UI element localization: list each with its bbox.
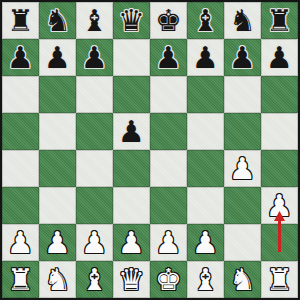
square-e8[interactable]: ♚ bbox=[150, 2, 187, 39]
square-c1[interactable]: ♝ bbox=[76, 261, 113, 298]
square-a3[interactable] bbox=[2, 187, 39, 224]
square-d3[interactable] bbox=[113, 187, 150, 224]
square-c2[interactable]: ♟ bbox=[76, 224, 113, 261]
piece-white-pawn[interactable]: ♟ bbox=[150, 224, 187, 261]
piece-white-pawn[interactable]: ♟ bbox=[39, 224, 76, 261]
piece-white-bishop[interactable]: ♝ bbox=[187, 261, 224, 298]
chess-board: ♜♞♝♛♚♝♞♜♟♟♟♟♟♟♟♟♟♟♟♟♟♟♟♟♜♞♝♛♚♝♞♜ bbox=[0, 0, 300, 300]
square-h6[interactable] bbox=[261, 76, 298, 113]
piece-black-rook[interactable]: ♜ bbox=[261, 2, 298, 39]
square-c8[interactable]: ♝ bbox=[76, 2, 113, 39]
piece-black-pawn[interactable]: ♟ bbox=[224, 39, 261, 76]
square-e6[interactable] bbox=[150, 76, 187, 113]
square-a7[interactable]: ♟ bbox=[2, 39, 39, 76]
piece-white-pawn[interactable]: ♟ bbox=[76, 224, 113, 261]
square-b3[interactable] bbox=[39, 187, 76, 224]
square-e5[interactable] bbox=[150, 113, 187, 150]
square-d2[interactable]: ♟ bbox=[113, 224, 150, 261]
square-f6[interactable] bbox=[187, 76, 224, 113]
square-d5[interactable]: ♟ bbox=[113, 113, 150, 150]
square-b1[interactable]: ♞ bbox=[39, 261, 76, 298]
square-e4[interactable] bbox=[150, 150, 187, 187]
square-f4[interactable] bbox=[187, 150, 224, 187]
square-d4[interactable] bbox=[113, 150, 150, 187]
square-f1[interactable]: ♝ bbox=[187, 261, 224, 298]
square-e1[interactable]: ♚ bbox=[150, 261, 187, 298]
board-grid: ♜♞♝♛♚♝♞♜♟♟♟♟♟♟♟♟♟♟♟♟♟♟♟♟♜♞♝♛♚♝♞♜ bbox=[2, 2, 298, 298]
piece-black-pawn[interactable]: ♟ bbox=[113, 113, 150, 150]
piece-black-knight[interactable]: ♞ bbox=[39, 2, 76, 39]
square-c5[interactable] bbox=[76, 113, 113, 150]
square-g1[interactable]: ♞ bbox=[224, 261, 261, 298]
square-e3[interactable] bbox=[150, 187, 187, 224]
piece-white-pawn[interactable]: ♟ bbox=[224, 150, 261, 187]
square-a8[interactable]: ♜ bbox=[2, 2, 39, 39]
piece-white-bishop[interactable]: ♝ bbox=[76, 261, 113, 298]
square-b2[interactable]: ♟ bbox=[39, 224, 76, 261]
piece-black-bishop[interactable]: ♝ bbox=[76, 2, 113, 39]
square-h1[interactable]: ♜ bbox=[261, 261, 298, 298]
piece-black-pawn[interactable]: ♟ bbox=[261, 39, 298, 76]
square-f7[interactable]: ♟ bbox=[187, 39, 224, 76]
square-a4[interactable] bbox=[2, 150, 39, 187]
piece-black-pawn[interactable]: ♟ bbox=[2, 39, 39, 76]
piece-black-bishop[interactable]: ♝ bbox=[187, 2, 224, 39]
square-f8[interactable]: ♝ bbox=[187, 2, 224, 39]
piece-white-rook[interactable]: ♜ bbox=[2, 261, 39, 298]
square-d8[interactable]: ♛ bbox=[113, 2, 150, 39]
piece-white-pawn[interactable]: ♟ bbox=[2, 224, 39, 261]
square-g8[interactable]: ♞ bbox=[224, 2, 261, 39]
square-h5[interactable] bbox=[261, 113, 298, 150]
square-g7[interactable]: ♟ bbox=[224, 39, 261, 76]
piece-white-knight[interactable]: ♞ bbox=[224, 261, 261, 298]
square-b6[interactable] bbox=[39, 76, 76, 113]
square-c6[interactable] bbox=[76, 76, 113, 113]
piece-black-pawn[interactable]: ♟ bbox=[39, 39, 76, 76]
square-g3[interactable] bbox=[224, 187, 261, 224]
square-b5[interactable] bbox=[39, 113, 76, 150]
piece-black-king[interactable]: ♚ bbox=[150, 2, 187, 39]
square-g6[interactable] bbox=[224, 76, 261, 113]
square-f2[interactable]: ♟ bbox=[187, 224, 224, 261]
square-a1[interactable]: ♜ bbox=[2, 261, 39, 298]
piece-black-knight[interactable]: ♞ bbox=[224, 2, 261, 39]
piece-black-queen[interactable]: ♛ bbox=[113, 2, 150, 39]
square-h8[interactable]: ♜ bbox=[261, 2, 298, 39]
piece-white-pawn[interactable]: ♟ bbox=[261, 187, 298, 224]
square-h4[interactable] bbox=[261, 150, 298, 187]
piece-white-knight[interactable]: ♞ bbox=[39, 261, 76, 298]
square-b7[interactable]: ♟ bbox=[39, 39, 76, 76]
piece-black-rook[interactable]: ♜ bbox=[2, 2, 39, 39]
square-f5[interactable] bbox=[187, 113, 224, 150]
piece-white-queen[interactable]: ♛ bbox=[113, 261, 150, 298]
square-c4[interactable] bbox=[76, 150, 113, 187]
square-d1[interactable]: ♛ bbox=[113, 261, 150, 298]
piece-white-king[interactable]: ♚ bbox=[150, 261, 187, 298]
square-e7[interactable]: ♟ bbox=[150, 39, 187, 76]
square-f3[interactable] bbox=[187, 187, 224, 224]
square-c3[interactable] bbox=[76, 187, 113, 224]
piece-black-pawn[interactable]: ♟ bbox=[150, 39, 187, 76]
square-b4[interactable] bbox=[39, 150, 76, 187]
square-b8[interactable]: ♞ bbox=[39, 2, 76, 39]
piece-black-pawn[interactable]: ♟ bbox=[187, 39, 224, 76]
square-g4[interactable]: ♟ bbox=[224, 150, 261, 187]
piece-white-rook[interactable]: ♜ bbox=[261, 261, 298, 298]
square-d7[interactable] bbox=[113, 39, 150, 76]
square-h3[interactable]: ♟ bbox=[261, 187, 298, 224]
square-g5[interactable] bbox=[224, 113, 261, 150]
square-a6[interactable] bbox=[2, 76, 39, 113]
square-c7[interactable]: ♟ bbox=[76, 39, 113, 76]
square-g2[interactable] bbox=[224, 224, 261, 261]
piece-black-pawn[interactable]: ♟ bbox=[76, 39, 113, 76]
square-h2[interactable] bbox=[261, 224, 298, 261]
square-a5[interactable] bbox=[2, 113, 39, 150]
square-a2[interactable]: ♟ bbox=[2, 224, 39, 261]
piece-white-pawn[interactable]: ♟ bbox=[113, 224, 150, 261]
square-d6[interactable] bbox=[113, 76, 150, 113]
square-e2[interactable]: ♟ bbox=[150, 224, 187, 261]
piece-white-pawn[interactable]: ♟ bbox=[187, 224, 224, 261]
square-h7[interactable]: ♟ bbox=[261, 39, 298, 76]
